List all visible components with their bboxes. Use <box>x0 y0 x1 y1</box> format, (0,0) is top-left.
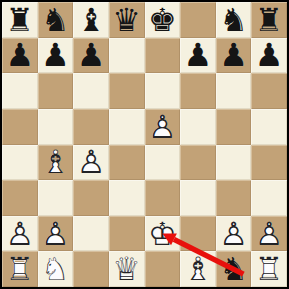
square-d5[interactable] <box>109 109 145 145</box>
piece-black-knight[interactable]: ♞ <box>38 2 74 38</box>
piece-outline-layer: ♙ <box>2 216 38 252</box>
square-h7[interactable]: ♟ <box>251 38 287 74</box>
square-h3[interactable] <box>251 180 287 216</box>
square-g1[interactable]: ♞ <box>216 251 252 287</box>
piece-black-pawn[interactable]: ♟ <box>180 38 216 74</box>
piece-white-king[interactable]: ♚♔ <box>145 216 181 252</box>
piece-black-queen[interactable]: ♛ <box>109 2 145 38</box>
piece-white-pawn[interactable]: ♟♙ <box>38 216 74 252</box>
square-a4[interactable] <box>2 145 38 181</box>
square-f5[interactable] <box>180 109 216 145</box>
piece-outline-layer: ♕ <box>109 251 145 287</box>
piece-black-rook[interactable]: ♜ <box>2 2 38 38</box>
piece-white-pawn[interactable]: ♟♙ <box>216 216 252 252</box>
piece-outline-layer: ♗ <box>38 145 74 181</box>
square-g5[interactable] <box>216 109 252 145</box>
square-a8[interactable]: ♜ <box>2 2 38 38</box>
piece-white-queen[interactable]: ♛♕ <box>109 251 145 287</box>
piece-white-rook[interactable]: ♜♖ <box>2 251 38 287</box>
square-b3[interactable] <box>38 180 74 216</box>
square-a1[interactable]: ♜♖ <box>2 251 38 287</box>
piece-outline-layer: ♖ <box>2 251 38 287</box>
square-h1[interactable]: ♜♖ <box>251 251 287 287</box>
square-f4[interactable] <box>180 145 216 181</box>
square-e4[interactable] <box>145 145 181 181</box>
piece-black-pawn[interactable]: ♟ <box>251 38 287 74</box>
piece-outline-layer: ♙ <box>73 145 109 181</box>
piece-white-bishop[interactable]: ♝♗ <box>180 251 216 287</box>
piece-outline-layer: ♘ <box>38 251 74 287</box>
square-f8[interactable] <box>180 2 216 38</box>
square-f1[interactable]: ♝♗ <box>180 251 216 287</box>
piece-black-pawn[interactable]: ♟ <box>38 38 74 74</box>
piece-white-pawn[interactable]: ♟♙ <box>251 216 287 252</box>
chess-board: ♜♞♝♛♚♞♜♟♟♟♟♟♟♟♙♝♗♟♙♟♙♟♙♚♔♟♙♟♙♜♖♞♘♛♕♝♗♞♜♖ <box>0 0 289 289</box>
piece-outline-layer: ♖ <box>251 251 287 287</box>
square-a2[interactable]: ♟♙ <box>2 216 38 252</box>
square-f2[interactable] <box>180 216 216 252</box>
piece-black-knight[interactable]: ♞ <box>216 2 252 38</box>
square-b7[interactable]: ♟ <box>38 38 74 74</box>
piece-black-king[interactable]: ♚ <box>145 2 181 38</box>
square-e7[interactable] <box>145 38 181 74</box>
square-d6[interactable] <box>109 73 145 109</box>
square-b2[interactable]: ♟♙ <box>38 216 74 252</box>
piece-white-bishop[interactable]: ♝♗ <box>38 145 74 181</box>
square-d4[interactable] <box>109 145 145 181</box>
square-f6[interactable] <box>180 73 216 109</box>
piece-outline-layer: ♔ <box>145 216 181 252</box>
piece-black-rook[interactable]: ♜ <box>251 2 287 38</box>
square-g7[interactable]: ♟ <box>216 38 252 74</box>
square-g3[interactable] <box>216 180 252 216</box>
piece-black-bishop[interactable]: ♝ <box>73 2 109 38</box>
square-b1[interactable]: ♞♘ <box>38 251 74 287</box>
piece-outline-layer: ♙ <box>38 216 74 252</box>
square-b8[interactable]: ♞ <box>38 2 74 38</box>
square-e3[interactable] <box>145 180 181 216</box>
square-e1[interactable] <box>145 251 181 287</box>
piece-black-pawn[interactable]: ♟ <box>216 38 252 74</box>
square-b6[interactable] <box>38 73 74 109</box>
square-c6[interactable] <box>73 73 109 109</box>
square-d8[interactable]: ♛ <box>109 2 145 38</box>
square-e2[interactable]: ♚♔ <box>145 216 181 252</box>
square-d7[interactable] <box>109 38 145 74</box>
square-f7[interactable]: ♟ <box>180 38 216 74</box>
square-h6[interactable] <box>251 73 287 109</box>
piece-black-pawn[interactable]: ♟ <box>2 38 38 74</box>
square-b4[interactable]: ♝♗ <box>38 145 74 181</box>
piece-white-pawn[interactable]: ♟♙ <box>145 109 181 145</box>
piece-outline-layer: ♗ <box>180 251 216 287</box>
square-d1[interactable]: ♛♕ <box>109 251 145 287</box>
square-a5[interactable] <box>2 109 38 145</box>
square-g2[interactable]: ♟♙ <box>216 216 252 252</box>
square-e6[interactable] <box>145 73 181 109</box>
square-e8[interactable]: ♚ <box>145 2 181 38</box>
piece-white-knight[interactable]: ♞♘ <box>38 251 74 287</box>
square-g6[interactable] <box>216 73 252 109</box>
square-c5[interactable] <box>73 109 109 145</box>
piece-outline-layer: ♙ <box>145 109 181 145</box>
square-c8[interactable]: ♝ <box>73 2 109 38</box>
square-b5[interactable] <box>38 109 74 145</box>
square-g8[interactable]: ♞ <box>216 2 252 38</box>
square-f3[interactable] <box>180 180 216 216</box>
square-h2[interactable]: ♟♙ <box>251 216 287 252</box>
piece-black-knight[interactable]: ♞ <box>216 251 252 287</box>
square-c7[interactable]: ♟ <box>73 38 109 74</box>
square-c3[interactable] <box>73 180 109 216</box>
piece-black-pawn[interactable]: ♟ <box>73 38 109 74</box>
piece-outline-layer: ♙ <box>251 216 287 252</box>
piece-white-pawn[interactable]: ♟♙ <box>73 145 109 181</box>
piece-outline-layer: ♙ <box>216 216 252 252</box>
square-c4[interactable]: ♟♙ <box>73 145 109 181</box>
square-d3[interactable] <box>109 180 145 216</box>
piece-white-pawn[interactable]: ♟♙ <box>2 216 38 252</box>
square-d2[interactable] <box>109 216 145 252</box>
square-a3[interactable] <box>2 180 38 216</box>
square-a6[interactable] <box>2 73 38 109</box>
square-a7[interactable]: ♟ <box>2 38 38 74</box>
piece-white-rook[interactable]: ♜♖ <box>251 251 287 287</box>
square-h5[interactable] <box>251 109 287 145</box>
square-h8[interactable]: ♜ <box>251 2 287 38</box>
square-e5[interactable]: ♟♙ <box>145 109 181 145</box>
square-c2[interactable] <box>73 216 109 252</box>
square-h4[interactable] <box>251 145 287 181</box>
square-c1[interactable] <box>73 251 109 287</box>
square-g4[interactable] <box>216 145 252 181</box>
